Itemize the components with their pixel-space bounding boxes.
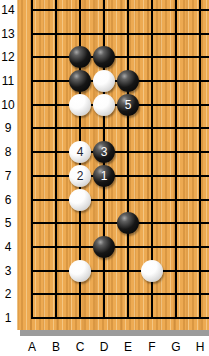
white-stone-d10 — [93, 94, 115, 116]
white-stone-c7: 2 — [69, 165, 91, 187]
board-point-b14[interactable] — [44, 0, 68, 22]
board-point-e8[interactable] — [116, 140, 140, 164]
board-point-h12[interactable] — [188, 46, 209, 70]
move-number: 2 — [77, 170, 84, 182]
row-label-10: 10 — [0, 96, 16, 114]
board-point-e14[interactable] — [116, 0, 140, 22]
board-point-a14[interactable] — [20, 0, 44, 22]
board-point-f3[interactable] — [140, 259, 164, 283]
board-point-d10[interactable] — [92, 93, 116, 117]
row-label-12: 12 — [0, 48, 16, 66]
board-point-e10[interactable]: 5 — [116, 93, 140, 117]
board-point-b7[interactable] — [44, 164, 68, 188]
move-number: 4 — [77, 146, 84, 158]
board-point-g11[interactable] — [164, 69, 188, 93]
board-point-g6[interactable] — [164, 188, 188, 212]
board-point-b13[interactable] — [44, 22, 68, 46]
black-stone-e11 — [117, 70, 139, 92]
board-point-f11[interactable] — [140, 69, 164, 93]
board-point-f4[interactable] — [140, 235, 164, 259]
board-point-e4[interactable] — [116, 235, 140, 259]
board-point-b6[interactable] — [44, 188, 68, 212]
go-diagram: 54321 1234567891011121314 ABCDEFGH — [0, 0, 209, 356]
board-point-a8[interactable] — [20, 140, 44, 164]
board-point-a2[interactable] — [20, 282, 44, 306]
col-label-d: D — [94, 339, 114, 355]
board-point-c10[interactable] — [68, 93, 92, 117]
row-label-14: 14 — [0, 1, 16, 19]
board-point-g3[interactable] — [164, 259, 188, 283]
board-point-d7[interactable]: 1 — [92, 164, 116, 188]
board-point-a10[interactable] — [20, 93, 44, 117]
board-point-e9[interactable] — [116, 117, 140, 141]
board-point-g5[interactable] — [164, 211, 188, 235]
board-point-f12[interactable] — [140, 46, 164, 70]
board-point-h11[interactable] — [188, 69, 209, 93]
board-point-a3[interactable] — [20, 259, 44, 283]
board-point-c13[interactable] — [68, 22, 92, 46]
board-point-c5[interactable] — [68, 211, 92, 235]
black-stone-c12 — [69, 46, 91, 68]
black-stone-c11 — [69, 70, 91, 92]
white-stone-c6 — [69, 189, 91, 211]
board-point-h9[interactable] — [188, 117, 209, 141]
board-point-f1[interactable] — [140, 306, 164, 330]
board-point-b9[interactable] — [44, 117, 68, 141]
board-point-e1[interactable] — [116, 306, 140, 330]
row-label-13: 13 — [0, 25, 16, 43]
row-label-11: 11 — [0, 72, 16, 90]
board-point-c14[interactable] — [68, 0, 92, 22]
board-point-h10[interactable] — [188, 93, 209, 117]
col-label-e: E — [118, 339, 138, 355]
board-point-g9[interactable] — [164, 117, 188, 141]
board-point-d11[interactable] — [92, 69, 116, 93]
col-label-g: G — [166, 339, 186, 355]
board-point-g10[interactable] — [164, 93, 188, 117]
board-point-f13[interactable] — [140, 22, 164, 46]
board-point-h6[interactable] — [188, 188, 209, 212]
board-point-g7[interactable] — [164, 164, 188, 188]
board-point-e3[interactable] — [116, 259, 140, 283]
board-point-b8[interactable] — [44, 140, 68, 164]
board-point-d6[interactable] — [92, 188, 116, 212]
board-point-f10[interactable] — [140, 93, 164, 117]
board-point-d2[interactable] — [92, 282, 116, 306]
black-stone-e5 — [117, 212, 139, 234]
black-stone-d4 — [93, 236, 115, 258]
board-point-h2[interactable] — [188, 282, 209, 306]
board-point-c11[interactable] — [68, 69, 92, 93]
board-point-h8[interactable] — [188, 140, 209, 164]
board-point-d3[interactable] — [92, 259, 116, 283]
board-point-g2[interactable] — [164, 282, 188, 306]
move-number: 5 — [125, 99, 132, 111]
board-grid: 54321 — [20, 0, 209, 330]
board-point-b10[interactable] — [44, 93, 68, 117]
board-point-d13[interactable] — [92, 22, 116, 46]
board-point-h14[interactable] — [188, 0, 209, 22]
board-point-f9[interactable] — [140, 117, 164, 141]
board-point-h1[interactable] — [188, 306, 209, 330]
board-point-d12[interactable] — [92, 46, 116, 70]
board-point-a7[interactable] — [20, 164, 44, 188]
board-point-h13[interactable] — [188, 22, 209, 46]
black-stone-e10: 5 — [117, 94, 139, 116]
board-point-c3[interactable] — [68, 259, 92, 283]
board-point-b2[interactable] — [44, 282, 68, 306]
board-point-e6[interactable] — [116, 188, 140, 212]
board-point-f6[interactable] — [140, 188, 164, 212]
board-point-g12[interactable] — [164, 46, 188, 70]
row-label-8: 8 — [0, 143, 16, 161]
board-point-f5[interactable] — [140, 211, 164, 235]
black-stone-d8: 3 — [93, 141, 115, 163]
board-point-d14[interactable] — [92, 0, 116, 22]
row-label-2: 2 — [0, 285, 16, 303]
board-shadow — [20, 330, 209, 336]
white-stone-d11 — [93, 70, 115, 92]
col-label-f: F — [142, 339, 162, 355]
board-point-b4[interactable] — [44, 235, 68, 259]
move-number: 3 — [101, 146, 108, 158]
board-point-c12[interactable] — [68, 46, 92, 70]
board-point-g14[interactable] — [164, 0, 188, 22]
board-point-e13[interactable] — [116, 22, 140, 46]
board-point-b12[interactable] — [44, 46, 68, 70]
board-point-f7[interactable] — [140, 164, 164, 188]
col-label-a: A — [22, 339, 42, 355]
row-label-4: 4 — [0, 238, 16, 256]
board-point-a6[interactable] — [20, 188, 44, 212]
row-label-1: 1 — [0, 309, 16, 327]
board-point-g1[interactable] — [164, 306, 188, 330]
board-point-a13[interactable] — [20, 22, 44, 46]
board-point-a1[interactable] — [20, 306, 44, 330]
board-point-f14[interactable] — [140, 0, 164, 22]
board-point-h3[interactable] — [188, 259, 209, 283]
row-label-9: 9 — [0, 119, 16, 137]
white-stone-c8: 4 — [69, 141, 91, 163]
board-point-a12[interactable] — [20, 46, 44, 70]
board-point-e7[interactable] — [116, 164, 140, 188]
board-point-e11[interactable] — [116, 69, 140, 93]
board-point-c2[interactable] — [68, 282, 92, 306]
board-point-a5[interactable] — [20, 211, 44, 235]
board-point-e2[interactable] — [116, 282, 140, 306]
black-stone-d7: 1 — [93, 165, 115, 187]
board-point-c9[interactable] — [68, 117, 92, 141]
white-stone-f3 — [141, 260, 163, 282]
board-point-g8[interactable] — [164, 140, 188, 164]
board-point-d8[interactable]: 3 — [92, 140, 116, 164]
board-point-g13[interactable] — [164, 22, 188, 46]
board-point-b5[interactable] — [44, 211, 68, 235]
black-stone-d12 — [93, 46, 115, 68]
col-label-b: B — [46, 339, 66, 355]
board-point-c6[interactable] — [68, 188, 92, 212]
board-point-e12[interactable] — [116, 46, 140, 70]
board-point-h7[interactable] — [188, 164, 209, 188]
board-point-a11[interactable] — [20, 69, 44, 93]
col-label-c: C — [70, 339, 90, 355]
row-label-3: 3 — [0, 262, 16, 280]
board-point-d9[interactable] — [92, 117, 116, 141]
white-stone-c3 — [69, 260, 91, 282]
board-point-f8[interactable] — [140, 140, 164, 164]
board-point-d5[interactable] — [92, 211, 116, 235]
board-point-h5[interactable] — [188, 211, 209, 235]
board-point-c4[interactable] — [68, 235, 92, 259]
board-point-f2[interactable] — [140, 282, 164, 306]
move-number: 1 — [101, 170, 108, 182]
go-board: 54321 — [17, 0, 209, 330]
white-stone-c10 — [69, 94, 91, 116]
board-point-e5[interactable] — [116, 211, 140, 235]
row-label-6: 6 — [0, 191, 16, 209]
board-point-a4[interactable] — [20, 235, 44, 259]
row-label-7: 7 — [0, 167, 16, 185]
board-point-b1[interactable] — [44, 306, 68, 330]
board-point-d4[interactable] — [92, 235, 116, 259]
board-point-b11[interactable] — [44, 69, 68, 93]
col-label-h: H — [190, 339, 209, 355]
board-point-d1[interactable] — [92, 306, 116, 330]
board-point-g4[interactable] — [164, 235, 188, 259]
board-point-a9[interactable] — [20, 117, 44, 141]
board-point-c8[interactable]: 4 — [68, 140, 92, 164]
board-point-h4[interactable] — [188, 235, 209, 259]
row-label-5: 5 — [0, 214, 16, 232]
board-point-c1[interactable] — [68, 306, 92, 330]
board-point-c7[interactable]: 2 — [68, 164, 92, 188]
board-point-b3[interactable] — [44, 259, 68, 283]
